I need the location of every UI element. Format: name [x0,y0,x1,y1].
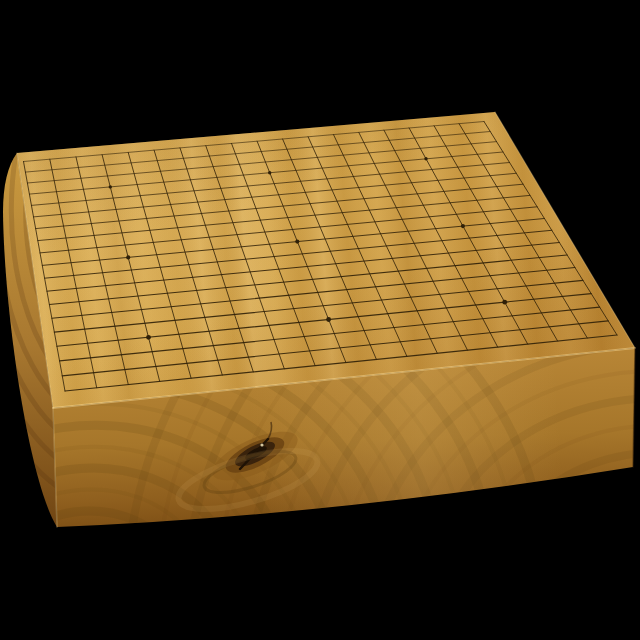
go-board-svg [0,0,640,640]
star-point [268,171,271,174]
star-point [424,157,427,160]
star-point [109,185,112,188]
go-board [0,0,640,640]
star-point [326,317,331,322]
star-point [461,224,465,228]
star-point [126,255,130,259]
star-point [502,300,507,305]
goban-product-photo: Empty 19x19 kaya table goban (solid wood… [0,0,640,640]
star-point [295,240,299,244]
star-point [146,335,151,340]
